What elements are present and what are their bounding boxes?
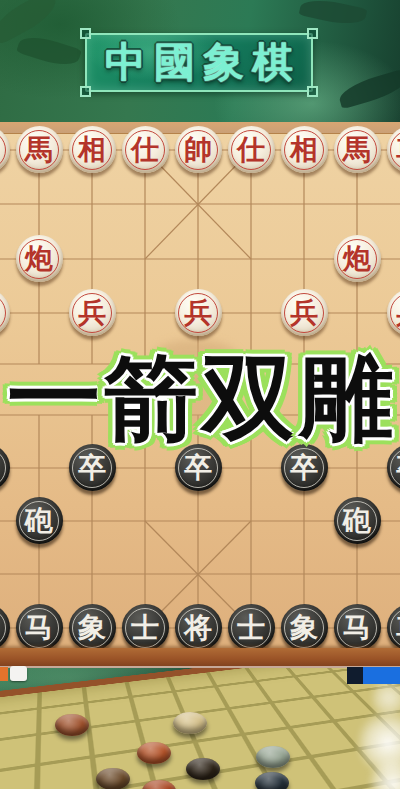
piece-ring [0,448,6,488]
app-title: 中國象棋 [97,35,301,90]
piece-glyph: 兵 [78,299,106,327]
piece-black-马-r10c8[interactable]: 马 [334,604,381,651]
footer-scene [0,668,400,789]
piece-red-仕-r1c6[interactable]: 仕 [228,126,275,173]
piece-glyph: 兵 [290,299,318,327]
piece-red-兵-r4c3[interactable]: 兵 [69,289,116,336]
jungle-top-background: 中國象棋 [0,0,400,122]
caption-char: 箭 [104,347,198,449]
banner-corner-ornament [80,28,91,39]
board-bottom-rim [0,648,400,668]
banner-corner-ornament [307,86,318,97]
piece-red-馬-r1c2[interactable]: 馬 [16,126,63,173]
scene-piece [137,742,171,764]
piece-ring [0,608,6,648]
scene-piece [186,758,220,780]
piece-glyph: 马 [343,614,371,642]
piece-glyph: 車 [396,136,400,164]
piece-glyph: 士 [237,614,265,642]
piece-glyph: 車 [396,614,400,642]
piece-red-帥-r1c5[interactable]: 帥 [175,126,222,173]
piece-red-炮-r3c8[interactable]: 炮 [334,235,381,282]
piece-black-砲-r8c2[interactable]: 砲 [16,497,63,544]
leaf-decoration [16,31,82,71]
piece-glyph: 兵 [396,299,400,327]
piece-glyph: 卒 [290,454,318,482]
piece-glyph: 卒 [78,454,106,482]
piece-glyph: 象 [78,614,106,642]
piece-black-马-r10c2[interactable]: 马 [16,604,63,651]
video-progress-track[interactable] [0,666,400,668]
piece-glyph: 相 [290,136,318,164]
piece-glyph: 象 [290,614,318,642]
title-banner: 中國象棋 [85,33,313,92]
piece-glyph: 将 [184,614,212,642]
banner-corner-ornament [307,28,318,39]
piece-glyph: 相 [78,136,106,164]
piece-glyph: 馬 [25,136,53,164]
progress-dark-segment [347,667,363,684]
piece-red-相-r1c3[interactable]: 相 [69,126,116,173]
piece-glyph: 砲 [343,507,371,535]
banner-corner-ornament [80,86,91,97]
piece-black-象-r10c3[interactable]: 象 [69,604,116,651]
caption-char: 雕 [299,347,393,449]
piece-black-象-r10c7[interactable]: 象 [281,604,328,651]
piece-glyph: 仕 [237,136,265,164]
piece-red-兵-r4c5[interactable]: 兵 [175,289,222,336]
scene-piece [96,768,130,789]
caption-char: 一 [7,347,101,449]
piece-glyph: 帥 [184,136,212,164]
piece-glyph: 馬 [343,136,371,164]
scene-piece [55,714,89,736]
piece-ring [0,293,6,333]
caption-char: 双 [202,347,296,449]
piece-red-兵-r4c7[interactable]: 兵 [281,289,328,336]
progress-blue-segment [363,667,400,684]
piece-glyph: 砲 [25,507,53,535]
piece-glyph: 兵 [184,299,212,327]
piece-glyph: 卒 [184,454,212,482]
scene-piece [256,746,290,768]
piece-red-馬-r1c8[interactable]: 馬 [334,126,381,173]
piece-red-仕-r1c4[interactable]: 仕 [122,126,169,173]
caption-overlay: 一箭双雕 [0,347,400,449]
progress-scrubber-handle[interactable] [10,666,27,681]
piece-red-相-r1c7[interactable]: 相 [281,126,328,173]
piece-glyph: 士 [131,614,159,642]
piece-glyph: 炮 [343,245,371,273]
piece-glyph: 马 [25,614,53,642]
piece-black-士-r10c4[interactable]: 士 [122,604,169,651]
piece-ring [0,130,6,170]
piece-black-士-r10c6[interactable]: 士 [228,604,275,651]
progress-orange-segment [0,667,8,681]
piece-black-砲-r8c8[interactable]: 砲 [334,497,381,544]
scene-piece [255,772,289,789]
screenshot-root: 中國象棋 車馬相仕帥仕相馬車炮炮兵兵兵兵兵卒卒卒卒卒砲砲車马象士将士象马車 一箭… [0,0,400,789]
leaf-decoration [336,69,400,109]
piece-glyph: 仕 [131,136,159,164]
scene-piece [173,712,207,734]
leaf-decoration [299,0,368,29]
piece-glyph: 炮 [25,245,53,273]
piece-black-将-r10c5[interactable]: 将 [175,604,222,651]
piece-red-炮-r3c2[interactable]: 炮 [16,235,63,282]
piece-glyph: 卒 [396,454,400,482]
